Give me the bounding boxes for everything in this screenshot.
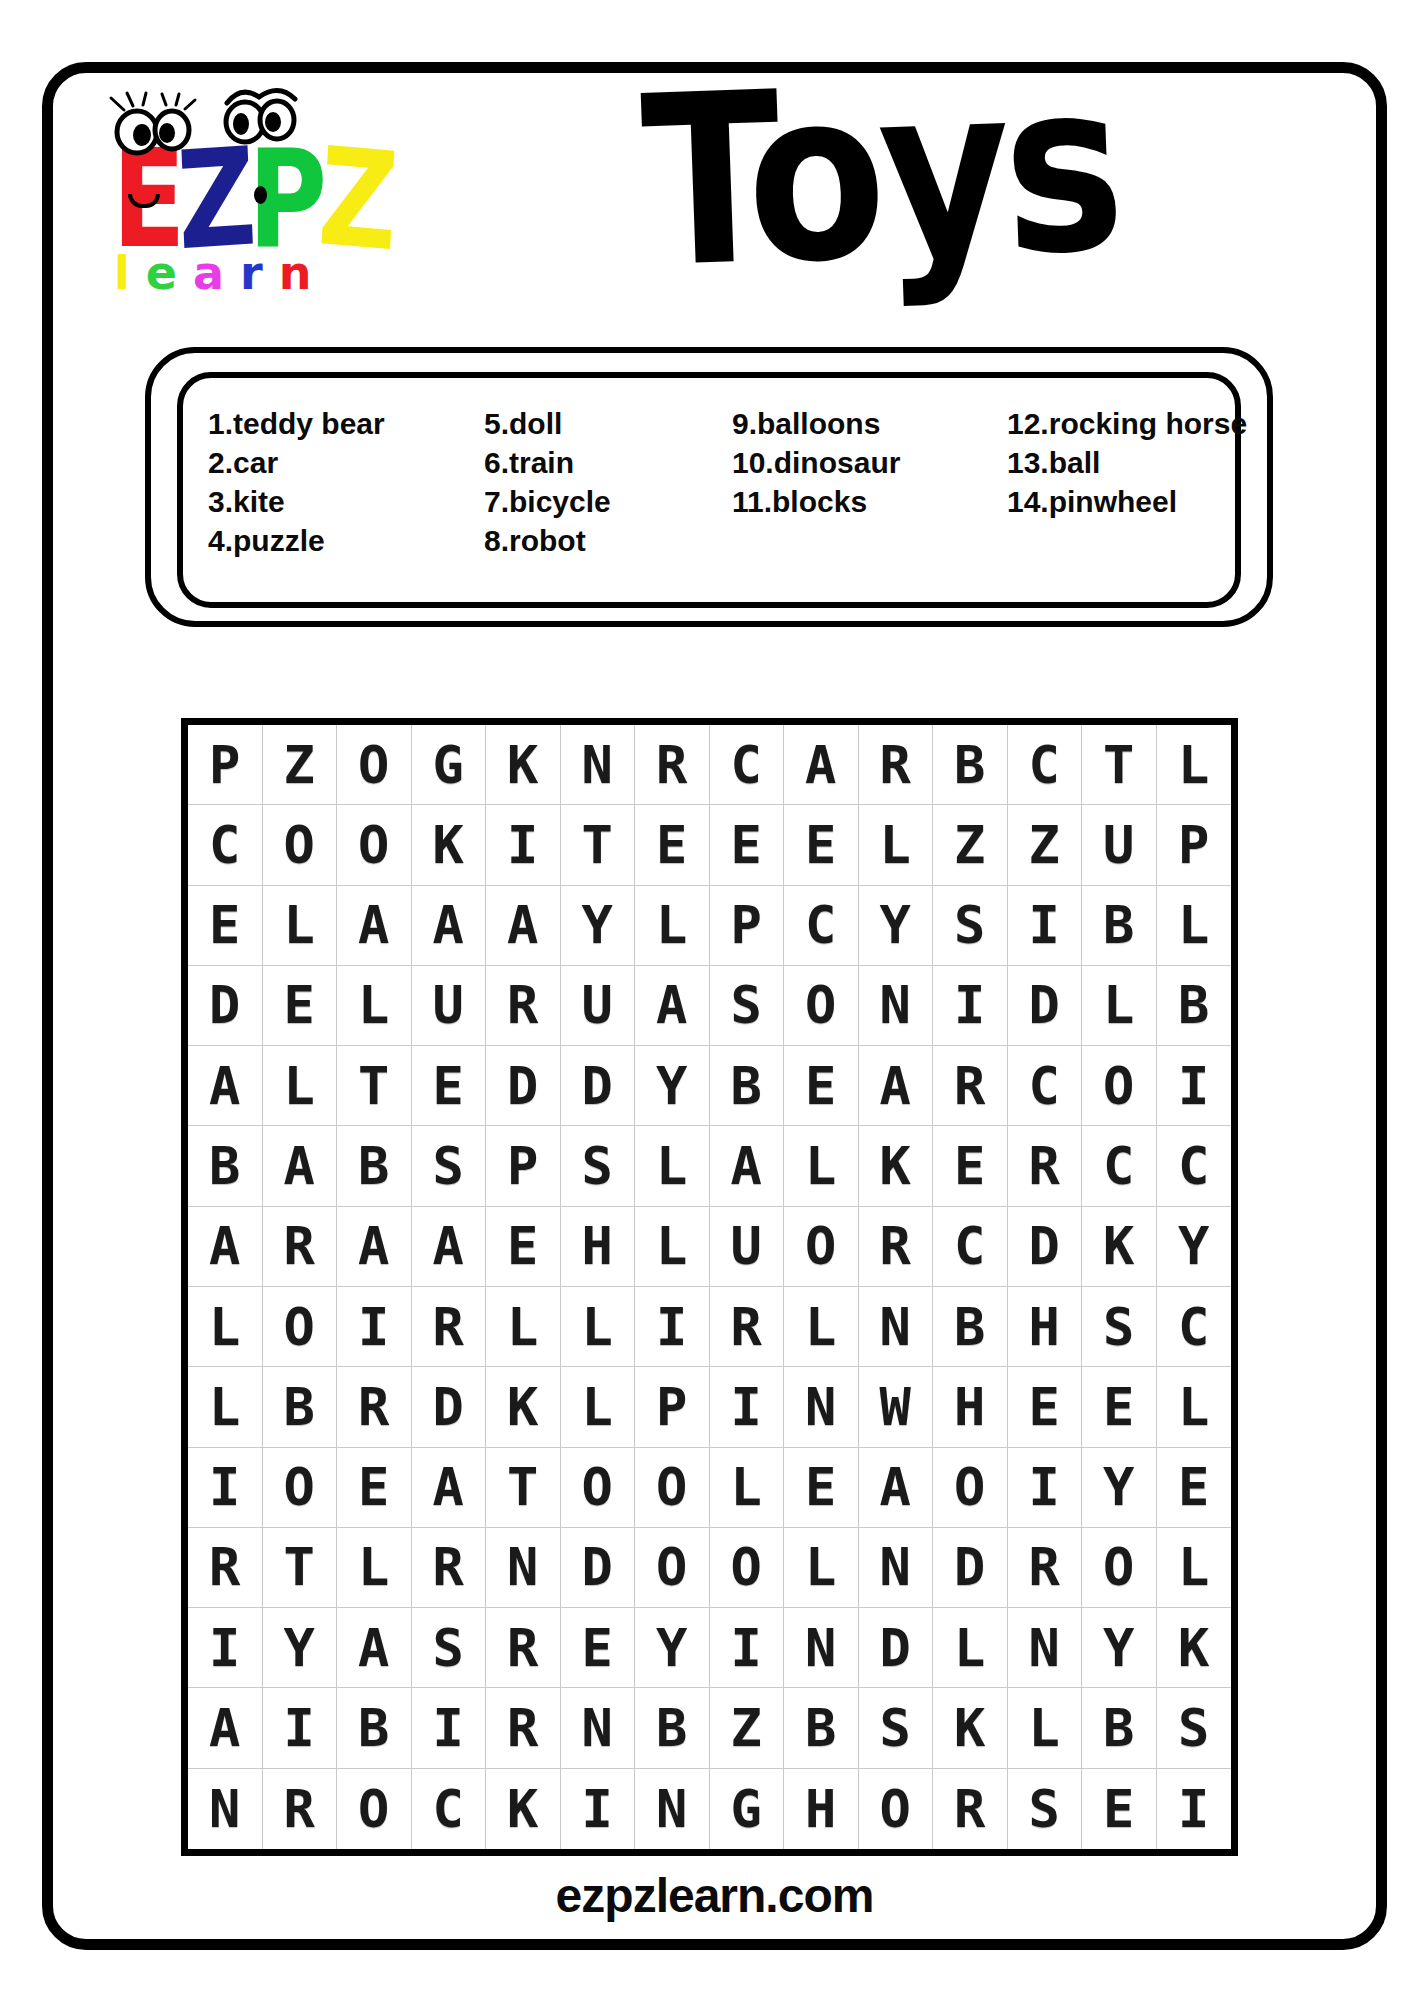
grid-cell-r13c10[interactable]: S [859, 1688, 934, 1768]
grid-cell-r13c4[interactable]: I [412, 1688, 487, 1768]
word-list-column-4: 12.rocking horse13.ball14.pinwheel [1007, 404, 1247, 521]
grid-cell-r7c13[interactable]: K [1082, 1207, 1157, 1287]
grid-cell-r12c1[interactable]: I [188, 1608, 263, 1688]
logo-letter: r [240, 246, 279, 300]
grid-cell-r3c4[interactable]: A [412, 886, 487, 966]
grid-cell-r4c12[interactable]: D [1008, 966, 1083, 1046]
grid-cell-r2c12[interactable]: Z [1008, 805, 1083, 885]
grid-cell-r4c13[interactable]: L [1082, 966, 1157, 1046]
grid-cell-r13c2[interactable]: I [263, 1688, 338, 1768]
grid-cell-r9c14[interactable]: L [1157, 1367, 1232, 1447]
word-list-item: 12.rocking horse [1007, 404, 1247, 443]
grid-cell-r10c9[interactable]: E [784, 1448, 859, 1528]
grid-cell-r12c8[interactable]: I [710, 1608, 785, 1688]
grid-cell-r11c1[interactable]: R [188, 1528, 263, 1608]
grid-cell-r14c4[interactable]: C [412, 1769, 487, 1849]
grid-cell-r10c3[interactable]: E [337, 1448, 412, 1528]
grid-cell-r6c8[interactable]: A [710, 1126, 785, 1206]
grid-cell-r8c8[interactable]: R [710, 1287, 785, 1367]
grid-cell-r4c5[interactable]: R [486, 966, 561, 1046]
grid-cell-r6c12[interactable]: R [1008, 1126, 1083, 1206]
grid-cell-r3c1[interactable]: E [188, 886, 263, 966]
grid-cell-r10c7[interactable]: O [635, 1448, 710, 1528]
grid-cell-r1c5[interactable]: K [486, 725, 561, 805]
grid-cell-r14c12[interactable]: S [1008, 1769, 1083, 1849]
grid-cell-r7c12[interactable]: D [1008, 1207, 1083, 1287]
grid-cell-r11c7[interactable]: O [635, 1528, 710, 1608]
grid-cell-r2c2[interactable]: O [263, 805, 338, 885]
grid-cell-r9c7[interactable]: P [635, 1367, 710, 1447]
word-list-item: 5.doll [484, 404, 611, 443]
grid-cell-r6c6[interactable]: S [561, 1126, 636, 1206]
grid-cell-r14c2[interactable]: R [263, 1769, 338, 1849]
grid-cell-r2c8[interactable]: E [710, 805, 785, 885]
grid-cell-r4c3[interactable]: L [337, 966, 412, 1046]
grid-cell-r13c7[interactable]: B [635, 1688, 710, 1768]
grid-cell-r6c3[interactable]: B [337, 1126, 412, 1206]
grid-cell-r1c1[interactable]: P [188, 725, 263, 805]
word-list-item: 4.puzzle [208, 521, 385, 560]
grid-cell-r6c10[interactable]: K [859, 1126, 934, 1206]
grid-cell-r1c3[interactable]: O [337, 725, 412, 805]
grid-cell-r5c4[interactable]: E [412, 1046, 487, 1126]
grid-cell-r14c13[interactable]: E [1082, 1769, 1157, 1849]
grid-cell-r7c4[interactable]: A [412, 1207, 487, 1287]
grid-cell-r12c11[interactable]: L [933, 1608, 1008, 1688]
grid-cell-r9c12[interactable]: E [1008, 1367, 1083, 1447]
grid-cell-r12c6[interactable]: E [561, 1608, 636, 1688]
grid-cell-r7c10[interactable]: R [859, 1207, 934, 1287]
grid-cell-r3c5[interactable]: A [486, 886, 561, 966]
grid-cell-r7c8[interactable]: U [710, 1207, 785, 1287]
grid-cell-r13c8[interactable]: Z [710, 1688, 785, 1768]
word-list-box: 1.teddy bear2.car3.kite4.puzzle 5.doll6.… [145, 347, 1273, 627]
grid-cell-r14c14[interactable]: I [1157, 1769, 1232, 1849]
grid-cell-r5c1[interactable]: A [188, 1046, 263, 1126]
grid-cell-r4c14[interactable]: B [1157, 966, 1232, 1046]
grid-cell-r9c10[interactable]: W [859, 1367, 934, 1447]
word-list-item: 10.dinosaur [732, 443, 900, 482]
grid-cell-r2c10[interactable]: L [859, 805, 934, 885]
grid-cell-r8c9[interactable]: L [784, 1287, 859, 1367]
grid-cell-r3c14[interactable]: L [1157, 886, 1232, 966]
grid-cell-r8c13[interactable]: S [1082, 1287, 1157, 1367]
grid-cell-r10c8[interactable]: L [710, 1448, 785, 1528]
grid-cell-r9c5[interactable]: K [486, 1367, 561, 1447]
word-list-item: 14.pinwheel [1007, 482, 1247, 521]
grid-cell-r5c14[interactable]: I [1157, 1046, 1232, 1126]
surprised-mouth-icon [254, 186, 267, 204]
grid-cell-r13c3[interactable]: B [337, 1688, 412, 1768]
grid-cell-r6c5[interactable]: P [486, 1126, 561, 1206]
grid-cell-r6c13[interactable]: C [1082, 1126, 1157, 1206]
grid-cell-r11c11[interactable]: D [933, 1528, 1008, 1608]
grid-cell-r9c8[interactable]: I [710, 1367, 785, 1447]
grid-cell-r11c6[interactable]: D [561, 1528, 636, 1608]
grid-cell-r5c11[interactable]: R [933, 1046, 1008, 1126]
grid-cell-r5c7[interactable]: Y [635, 1046, 710, 1126]
word-list-item: 8.robot [484, 521, 611, 560]
grid-cell-r11c3[interactable]: L [337, 1528, 412, 1608]
word-list-item: 13.ball [1007, 443, 1247, 482]
grid-cell-r4c8[interactable]: S [710, 966, 785, 1046]
grid-cell-r8c2[interactable]: O [263, 1287, 338, 1367]
grid-cell-r7c14[interactable]: Y [1157, 1207, 1232, 1287]
word-search-grid: PZOGKNRCARBCTLCOOKITEEELZZUPELAAAYLPCYSI… [181, 718, 1238, 1856]
word-list-item: 11.blocks [732, 482, 900, 521]
grid-cell-r12c13[interactable]: Y [1082, 1608, 1157, 1688]
grid-cell-r10c4[interactable]: A [412, 1448, 487, 1528]
grid-cell-r3c7[interactable]: L [635, 886, 710, 966]
grid-cell-r3c11[interactable]: S [933, 886, 1008, 966]
grid-cell-r7c2[interactable]: R [263, 1207, 338, 1287]
grid-cell-r14c3[interactable]: O [337, 1769, 412, 1849]
grid-cell-r6c14[interactable]: C [1157, 1126, 1232, 1206]
grid-cell-r3c9[interactable]: C [784, 886, 859, 966]
grid-cell-r1c4[interactable]: G [412, 725, 487, 805]
word-list-item: 1.teddy bear [208, 404, 385, 443]
grid-cell-r6c7[interactable]: L [635, 1126, 710, 1206]
grid-cell-r10c12[interactable]: I [1008, 1448, 1083, 1528]
grid-cell-r11c4[interactable]: R [412, 1528, 487, 1608]
logo-letter: a [193, 246, 240, 300]
grid-cell-r5c13[interactable]: O [1082, 1046, 1157, 1126]
grid-cell-r8c3[interactable]: I [337, 1287, 412, 1367]
grid-cell-r7c11[interactable]: C [933, 1207, 1008, 1287]
grid-cell-r12c7[interactable]: Y [635, 1608, 710, 1688]
grid-cell-r13c12[interactable]: L [1008, 1688, 1083, 1768]
grid-cell-r1c14[interactable]: L [1157, 725, 1232, 805]
grid-cell-r1c7[interactable]: R [635, 725, 710, 805]
grid-cell-r12c5[interactable]: R [486, 1608, 561, 1688]
googly-eyes-lashes-icon [106, 90, 200, 158]
grid-cell-r4c9[interactable]: O [784, 966, 859, 1046]
grid-cell-r11c2[interactable]: T [263, 1528, 338, 1608]
grid-cell-r11c12[interactable]: R [1008, 1528, 1083, 1608]
word-list-item: 3.kite [208, 482, 385, 521]
grid-cell-r8c14[interactable]: C [1157, 1287, 1232, 1367]
grid-cell-r7c1[interactable]: A [188, 1207, 263, 1287]
logo-letter: n [279, 246, 328, 300]
grid-cell-r7c7[interactable]: L [635, 1207, 710, 1287]
grid-cell-r11c8[interactable]: O [710, 1528, 785, 1608]
grid-cell-r2c4[interactable]: K [412, 805, 487, 885]
grid-cell-r4c11[interactable]: I [933, 966, 1008, 1046]
grid-cell-r10c1[interactable]: I [188, 1448, 263, 1528]
logo-letter: e [146, 246, 193, 300]
grid-cell-r5c2[interactable]: L [263, 1046, 338, 1126]
grid-cell-r9c9[interactable]: N [784, 1367, 859, 1447]
grid-cell-r1c9[interactable]: A [784, 725, 859, 805]
grid-cell-r4c1[interactable]: D [188, 966, 263, 1046]
grid-cell-r2c5[interactable]: I [486, 805, 561, 885]
worksheet-page: { "game": "word-search", "title": "Toys"… [0, 0, 1414, 2000]
grid-cell-r4c7[interactable]: A [635, 966, 710, 1046]
word-list-column-3: 9.balloons10.dinosaur11.blocks [732, 404, 900, 521]
footer-url: ezpzlearn.com [42, 1868, 1387, 1923]
grid-cell-r14c5[interactable]: K [486, 1769, 561, 1849]
grid-cell-r1c6[interactable]: N [561, 725, 636, 805]
grid-cell-r2c14[interactable]: P [1157, 805, 1232, 885]
word-list-item: 9.balloons [732, 404, 900, 443]
grid-cell-r7c5[interactable]: E [486, 1207, 561, 1287]
grid-cell-r9c2[interactable]: B [263, 1367, 338, 1447]
grid-cell-r2c3[interactable]: O [337, 805, 412, 885]
grid-cell-r11c9[interactable]: L [784, 1528, 859, 1608]
grid-cell-r6c9[interactable]: L [784, 1126, 859, 1206]
grid-cell-r10c5[interactable]: T [486, 1448, 561, 1528]
grid-cell-r2c1[interactable]: C [188, 805, 263, 885]
grid-cell-r10c10[interactable]: A [859, 1448, 934, 1528]
grid-cell-r3c12[interactable]: I [1008, 886, 1083, 966]
word-list-item: 2.car [208, 443, 385, 482]
grid-cell-r5c8[interactable]: B [710, 1046, 785, 1126]
grid-cell-r8c11[interactable]: B [933, 1287, 1008, 1367]
grid-cell-r11c14[interactable]: L [1157, 1528, 1232, 1608]
word-list-column-1: 1.teddy bear2.car3.kite4.puzzle [208, 404, 385, 560]
grid-cell-r2c9[interactable]: E [784, 805, 859, 885]
word-list-column-2: 5.doll6.train7.bicycle8.robot [484, 404, 611, 560]
grid-cell-r11c13[interactable]: O [1082, 1528, 1157, 1608]
grid-cell-r6c4[interactable]: S [412, 1126, 487, 1206]
grid-cell-r7c6[interactable]: H [561, 1207, 636, 1287]
grid-cell-r11c10[interactable]: N [859, 1528, 934, 1608]
grid-cell-r14c7[interactable]: N [635, 1769, 710, 1849]
grid-cell-r13c9[interactable]: B [784, 1688, 859, 1768]
grid-cell-r9c13[interactable]: E [1082, 1367, 1157, 1447]
grid-cell-r8c4[interactable]: R [412, 1287, 487, 1367]
page-title: Toys [587, 18, 1173, 332]
grid-cell-r3c10[interactable]: Y [859, 886, 934, 966]
grid-cell-r6c1[interactable]: B [188, 1126, 263, 1206]
grid-cell-r12c2[interactable]: Y [263, 1608, 338, 1688]
grid-cell-r14c6[interactable]: I [561, 1769, 636, 1849]
grid-cell-r4c2[interactable]: E [263, 966, 338, 1046]
grid-cell-r2c6[interactable]: T [561, 805, 636, 885]
grid-cell-r4c4[interactable]: U [412, 966, 487, 1046]
grid-cell-r10c14[interactable]: E [1157, 1448, 1232, 1528]
grid-cell-r12c10[interactable]: D [859, 1608, 934, 1688]
grid-cell-r8c12[interactable]: H [1008, 1287, 1083, 1367]
grid-cell-r2c13[interactable]: U [1082, 805, 1157, 885]
grid-cell-r1c8[interactable]: C [710, 725, 785, 805]
grid-cell-r9c1[interactable]: L [188, 1367, 263, 1447]
grid-cell-r14c10[interactable]: O [859, 1769, 934, 1849]
logo-learn-letters: learn [114, 250, 327, 296]
grid-cell-r14c11[interactable]: R [933, 1769, 1008, 1849]
grid-cell-r5c6[interactable]: D [561, 1046, 636, 1126]
grid-cell-r8c6[interactable]: L [561, 1287, 636, 1367]
grid-cell-r14c1[interactable]: N [188, 1769, 263, 1849]
grid-cell-r8c10[interactable]: N [859, 1287, 934, 1367]
grid-cell-r9c6[interactable]: L [561, 1367, 636, 1447]
grid-cell-r10c6[interactable]: O [561, 1448, 636, 1528]
grid-cell-r3c2[interactable]: L [263, 886, 338, 966]
grid-cell-r12c3[interactable]: A [337, 1608, 412, 1688]
grid-cell-r3c13[interactable]: B [1082, 886, 1157, 966]
grid-cell-r1c2[interactable]: Z [263, 725, 338, 805]
grid-cell-r4c10[interactable]: N [859, 966, 934, 1046]
grid-cell-r1c10[interactable]: R [859, 725, 934, 805]
googly-eyes-brows-icon [220, 82, 302, 146]
grid-cell-r6c2[interactable]: A [263, 1126, 338, 1206]
grid-cell-r13c1[interactable]: A [188, 1688, 263, 1768]
grid-cell-r13c6[interactable]: N [561, 1688, 636, 1768]
grid-cell-r3c6[interactable]: Y [561, 886, 636, 966]
grid-cell-r4c6[interactable]: U [561, 966, 636, 1046]
grid-cell-r5c10[interactable]: A [859, 1046, 934, 1126]
grid-cell-r5c5[interactable]: D [486, 1046, 561, 1126]
grid-cell-r3c8[interactable]: P [710, 886, 785, 966]
grid-cell-r1c13[interactable]: T [1082, 725, 1157, 805]
grid-cell-r5c9[interactable]: E [784, 1046, 859, 1126]
grid-cell-r7c9[interactable]: O [784, 1207, 859, 1287]
grid-cell-r11c5[interactable]: N [486, 1528, 561, 1608]
grid-cell-r1c11[interactable]: B [933, 725, 1008, 805]
word-list-item: 7.bicycle [484, 482, 611, 521]
grid-cell-r12c14[interactable]: K [1157, 1608, 1232, 1688]
grid-cell-r14c8[interactable]: G [710, 1769, 785, 1849]
grid-cell-r10c11[interactable]: O [933, 1448, 1008, 1528]
grid-cell-r10c13[interactable]: Y [1082, 1448, 1157, 1528]
grid-cell-r8c5[interactable]: L [486, 1287, 561, 1367]
grid-cell-r1c12[interactable]: C [1008, 725, 1083, 805]
grid-cell-r9c11[interactable]: H [933, 1367, 1008, 1447]
grid-cell-r7c3[interactable]: A [337, 1207, 412, 1287]
logo-letter: l [114, 246, 146, 300]
grid-cell-r8c7[interactable]: I [635, 1287, 710, 1367]
grid-cell-r2c11[interactable]: Z [933, 805, 1008, 885]
grid-cell-r9c3[interactable]: R [337, 1367, 412, 1447]
grid-cell-r5c3[interactable]: T [337, 1046, 412, 1126]
grid-cell-r13c14[interactable]: S [1157, 1688, 1232, 1768]
grid-cell-r9c4[interactable]: D [412, 1367, 487, 1447]
grid-cell-r10c2[interactable]: O [263, 1448, 338, 1528]
grid-cell-r12c9[interactable]: N [784, 1608, 859, 1688]
grid-cell-r14c9[interactable]: H [784, 1769, 859, 1849]
word-list-item: 6.train [484, 443, 611, 482]
grid-cell-r2c7[interactable]: E [635, 805, 710, 885]
grid-cell-r13c11[interactable]: K [933, 1688, 1008, 1768]
grid-cell-r13c13[interactable]: B [1082, 1688, 1157, 1768]
grid-cell-r12c12[interactable]: N [1008, 1608, 1083, 1688]
grid-cell-r12c4[interactable]: S [412, 1608, 487, 1688]
grid-cell-r5c12[interactable]: C [1008, 1046, 1083, 1126]
grid-cell-r6c11[interactable]: E [933, 1126, 1008, 1206]
grid-cell-r8c1[interactable]: L [188, 1287, 263, 1367]
word-list-inner-box: 1.teddy bear2.car3.kite4.puzzle 5.doll6.… [177, 372, 1241, 608]
grid-cell-r13c5[interactable]: R [486, 1688, 561, 1768]
grid-cell-r3c3[interactable]: A [337, 886, 412, 966]
ezpz-learn-logo: EZPZ learn [112, 90, 372, 295]
